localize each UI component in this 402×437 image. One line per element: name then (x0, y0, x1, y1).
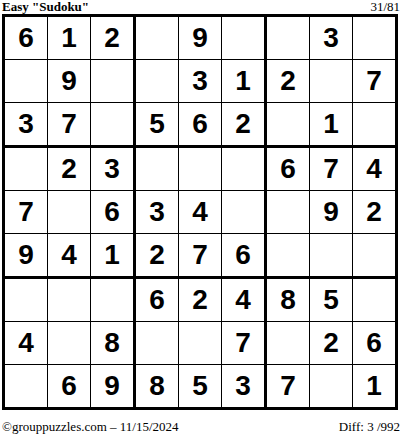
cell-r1c3[interactable]: 2 (91, 17, 136, 60)
cell-r4c7[interactable]: 6 (267, 148, 310, 191)
cell-r2c5[interactable]: 3 (179, 60, 222, 103)
cell-r9c4[interactable]: 8 (136, 365, 179, 407)
cell-r3c1[interactable]: 3 (5, 103, 48, 148)
cell-r9c8[interactable] (310, 365, 353, 407)
cell-r2c7[interactable]: 2 (267, 60, 310, 103)
cell-r8c7[interactable] (267, 322, 310, 365)
cell-r9c2[interactable]: 6 (48, 365, 91, 407)
cell-r9c6[interactable]: 3 (222, 365, 267, 407)
cell-r1c9[interactable] (353, 17, 395, 60)
cell-r7c6[interactable]: 4 (222, 279, 267, 322)
cell-r4c2[interactable]: 2 (48, 148, 91, 191)
cell-r8c3[interactable]: 8 (91, 322, 136, 365)
cell-r7c4[interactable]: 6 (136, 279, 179, 322)
cell-r6c5[interactable]: 7 (179, 234, 222, 279)
cell-r6c6[interactable]: 6 (222, 234, 267, 279)
cell-r7c3[interactable] (91, 279, 136, 322)
cell-r1c1[interactable]: 6 (5, 17, 48, 60)
cell-r7c5[interactable]: 2 (179, 279, 222, 322)
cell-r9c5[interactable]: 5 (179, 365, 222, 407)
copyright-credit: ©grouppuzzles.com – 11/15/2024 (2, 419, 179, 434)
cell-r3c5[interactable]: 6 (179, 103, 222, 148)
cell-r6c7[interactable] (267, 234, 310, 279)
cell-r4c5[interactable] (179, 148, 222, 191)
cell-r5c7[interactable] (267, 191, 310, 234)
cell-r2c9[interactable]: 7 (353, 60, 395, 103)
cell-r8c4[interactable] (136, 322, 179, 365)
cell-r6c2[interactable]: 4 (48, 234, 91, 279)
cell-r3c2[interactable]: 7 (48, 103, 91, 148)
cell-r6c1[interactable]: 9 (5, 234, 48, 279)
puzzle-page: Easy "Sudoku" 31/81 61293931273756212367… (0, 0, 402, 437)
cell-r5c4[interactable]: 3 (136, 191, 179, 234)
cell-r5c9[interactable]: 2 (353, 191, 395, 234)
cell-r5c8[interactable]: 9 (310, 191, 353, 234)
cell-r4c4[interactable] (136, 148, 179, 191)
cell-r4c8[interactable]: 7 (310, 148, 353, 191)
cell-r7c8[interactable]: 5 (310, 279, 353, 322)
cell-r4c1[interactable] (5, 148, 48, 191)
cell-r3c8[interactable]: 1 (310, 103, 353, 148)
cell-r6c9[interactable] (353, 234, 395, 279)
cell-r5c6[interactable] (222, 191, 267, 234)
cell-r3c4[interactable]: 5 (136, 103, 179, 148)
cell-r8c6[interactable]: 7 (222, 322, 267, 365)
cell-r5c2[interactable] (48, 191, 91, 234)
cell-r8c8[interactable]: 2 (310, 322, 353, 365)
cell-r1c8[interactable]: 3 (310, 17, 353, 60)
difficulty-label: Diff: 3 /992 (339, 419, 400, 434)
cell-r9c7[interactable]: 7 (267, 365, 310, 407)
cell-r3c7[interactable] (267, 103, 310, 148)
clue-counter: 31/81 (370, 0, 400, 14)
cell-r5c5[interactable]: 4 (179, 191, 222, 234)
cell-r3c6[interactable]: 2 (222, 103, 267, 148)
cell-r3c9[interactable] (353, 103, 395, 148)
cell-r2c3[interactable] (91, 60, 136, 103)
cell-r6c3[interactable]: 1 (91, 234, 136, 279)
puzzle-title: Easy "Sudoku" (2, 0, 89, 14)
cell-r9c9[interactable]: 1 (353, 365, 395, 407)
cell-r1c4[interactable] (136, 17, 179, 60)
cell-r4c9[interactable]: 4 (353, 148, 395, 191)
footer: ©grouppuzzles.com – 11/15/2024 Diff: 3 /… (2, 419, 400, 435)
cell-r6c4[interactable]: 2 (136, 234, 179, 279)
header: Easy "Sudoku" 31/81 (2, 0, 400, 14)
cell-r4c3[interactable]: 3 (91, 148, 136, 191)
cell-r2c6[interactable]: 1 (222, 60, 267, 103)
cell-r7c7[interactable]: 8 (267, 279, 310, 322)
cell-r5c1[interactable]: 7 (5, 191, 48, 234)
cell-r7c1[interactable] (5, 279, 48, 322)
cell-r2c4[interactable] (136, 60, 179, 103)
cell-r2c8[interactable] (310, 60, 353, 103)
cell-r1c6[interactable] (222, 17, 267, 60)
cell-r7c9[interactable] (353, 279, 395, 322)
cell-r4c6[interactable] (222, 148, 267, 191)
cell-r8c2[interactable] (48, 322, 91, 365)
cell-r8c5[interactable] (179, 322, 222, 365)
cell-r9c1[interactable] (5, 365, 48, 407)
cell-r1c7[interactable] (267, 17, 310, 60)
cell-r2c2[interactable]: 9 (48, 60, 91, 103)
cell-r2c1[interactable] (5, 60, 48, 103)
cell-r3c3[interactable] (91, 103, 136, 148)
cell-r5c3[interactable]: 6 (91, 191, 136, 234)
cell-r9c3[interactable]: 9 (91, 365, 136, 407)
cell-r8c9[interactable]: 6 (353, 322, 395, 365)
cell-r1c2[interactable]: 1 (48, 17, 91, 60)
cell-r8c1[interactable]: 4 (5, 322, 48, 365)
cell-r6c8[interactable] (310, 234, 353, 279)
sudoku-board: 6129393127375621236747634929412766248548… (2, 14, 398, 410)
cell-r1c5[interactable]: 9 (179, 17, 222, 60)
cell-r7c2[interactable] (48, 279, 91, 322)
